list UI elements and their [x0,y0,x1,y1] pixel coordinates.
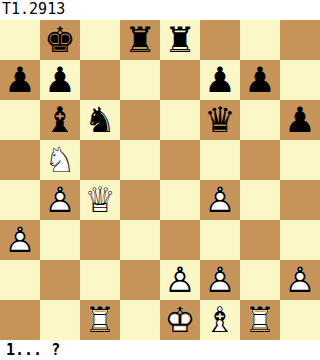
piece-black-pawn[interactable]: ♟ [0,60,40,100]
black-rook-glyph: ♜ [160,20,200,60]
square-e2[interactable]: ♟♙ [160,260,200,300]
square-e5[interactable] [160,140,200,180]
square-h6[interactable]: ♟ [280,100,320,140]
piece-white-knight[interactable]: ♞♘ [40,140,80,180]
square-h5[interactable] [280,140,320,180]
white-rook-outline: ♖ [240,300,280,340]
square-d4[interactable] [120,180,160,220]
square-a3[interactable]: ♟♙ [0,220,40,260]
piece-white-pawn[interactable]: ♟♙ [280,260,320,300]
square-f1[interactable]: ♝♗ [200,300,240,340]
square-b5[interactable]: ♞♘ [40,140,80,180]
chess-puzzle-window: T1.2913 ♚♜♜♟♟♟♟♝♞♛♟♞♘♟♙♛♕♟♙♟♙♟♙♟♙♟♙♜♖♚♔♝… [0,0,320,360]
black-pawn-glyph: ♟ [280,100,320,140]
white-rook-outline: ♖ [80,300,120,340]
square-a2[interactable] [0,260,40,300]
black-pawn-glyph: ♟ [0,60,40,100]
square-e3[interactable] [160,220,200,260]
black-pawn-glyph: ♟ [40,60,80,100]
white-knight-outline: ♘ [40,140,80,180]
square-f7[interactable]: ♟ [200,60,240,100]
square-g4[interactable] [240,180,280,220]
square-a1[interactable] [0,300,40,340]
square-f8[interactable] [200,20,240,60]
square-b8[interactable]: ♚ [40,20,80,60]
black-queen-glyph: ♛ [200,100,240,140]
square-c5[interactable] [80,140,120,180]
square-a8[interactable] [0,20,40,60]
piece-white-pawn[interactable]: ♟♙ [40,180,80,220]
piece-black-pawn[interactable]: ♟ [240,60,280,100]
white-queen-outline: ♕ [80,180,120,220]
piece-white-pawn[interactable]: ♟♙ [0,220,40,260]
square-d5[interactable] [120,140,160,180]
square-f2[interactable]: ♟♙ [200,260,240,300]
square-d8[interactable]: ♜ [120,20,160,60]
piece-black-knight[interactable]: ♞ [80,100,120,140]
square-e4[interactable] [160,180,200,220]
square-h2[interactable]: ♟♙ [280,260,320,300]
white-bishop-outline: ♗ [200,300,240,340]
piece-white-king[interactable]: ♚♔ [160,300,200,340]
square-b7[interactable]: ♟ [40,60,80,100]
square-a6[interactable] [0,100,40,140]
square-g5[interactable] [240,140,280,180]
square-c6[interactable]: ♞ [80,100,120,140]
square-g3[interactable] [240,220,280,260]
square-d3[interactable] [120,220,160,260]
chess-board[interactable]: ♚♜♜♟♟♟♟♝♞♛♟♞♘♟♙♛♕♟♙♟♙♟♙♟♙♟♙♜♖♚♔♝♗♜♖ [0,20,320,340]
black-knight-glyph: ♞ [80,100,120,140]
square-c8[interactable] [80,20,120,60]
square-b4[interactable]: ♟♙ [40,180,80,220]
square-h8[interactable] [280,20,320,60]
black-king-glyph: ♚ [40,20,80,60]
black-bishop-glyph: ♝ [40,100,80,140]
black-pawn-glyph: ♟ [240,60,280,100]
white-pawn-outline: ♙ [0,220,40,260]
square-g8[interactable] [240,20,280,60]
square-h4[interactable] [280,180,320,220]
piece-black-rook[interactable]: ♜ [160,20,200,60]
square-f4[interactable]: ♟♙ [200,180,240,220]
square-d2[interactable] [120,260,160,300]
square-e6[interactable] [160,100,200,140]
piece-white-pawn[interactable]: ♟♙ [200,260,240,300]
square-h1[interactable] [280,300,320,340]
square-b2[interactable] [40,260,80,300]
puzzle-title: T1.2913 [0,0,320,20]
white-king-outline: ♔ [160,300,200,340]
square-e8[interactable]: ♜ [160,20,200,60]
piece-black-pawn[interactable]: ♟ [280,100,320,140]
square-c1[interactable]: ♜♖ [80,300,120,340]
square-e1[interactable]: ♚♔ [160,300,200,340]
square-a4[interactable] [0,180,40,220]
black-pawn-glyph: ♟ [200,60,240,100]
square-c2[interactable] [80,260,120,300]
square-d6[interactable] [120,100,160,140]
piece-white-pawn[interactable]: ♟♙ [160,260,200,300]
square-h3[interactable] [280,220,320,260]
square-f5[interactable] [200,140,240,180]
piece-black-queen[interactable]: ♛ [200,100,240,140]
square-g1[interactable]: ♜♖ [240,300,280,340]
square-d7[interactable] [120,60,160,100]
square-c3[interactable] [80,220,120,260]
square-h7[interactable] [280,60,320,100]
white-pawn-outline: ♙ [200,260,240,300]
piece-black-rook[interactable]: ♜ [120,20,160,60]
square-f6[interactable]: ♛ [200,100,240,140]
piece-white-pawn[interactable]: ♟♙ [200,180,240,220]
square-g2[interactable] [240,260,280,300]
square-a5[interactable] [0,140,40,180]
piece-white-rook[interactable]: ♜♖ [240,300,280,340]
white-pawn-outline: ♙ [40,180,80,220]
square-a7[interactable]: ♟ [0,60,40,100]
square-b6[interactable]: ♝ [40,100,80,140]
piece-black-pawn[interactable]: ♟ [40,60,80,100]
square-f3[interactable] [200,220,240,260]
piece-black-pawn[interactable]: ♟ [200,60,240,100]
move-prompt: 1... ? [0,340,320,360]
piece-white-rook[interactable]: ♜♖ [80,300,120,340]
black-rook-glyph: ♜ [120,20,160,60]
square-g6[interactable] [240,100,280,140]
square-c4[interactable]: ♛♕ [80,180,120,220]
square-b3[interactable] [40,220,80,260]
white-pawn-outline: ♙ [160,260,200,300]
piece-white-bishop[interactable]: ♝♗ [200,300,240,340]
white-pawn-outline: ♙ [200,180,240,220]
square-c7[interactable] [80,60,120,100]
square-d1[interactable] [120,300,160,340]
white-pawn-outline: ♙ [280,260,320,300]
square-b1[interactable] [40,300,80,340]
piece-black-bishop[interactable]: ♝ [40,100,80,140]
square-e7[interactable] [160,60,200,100]
piece-white-queen[interactable]: ♛♕ [80,180,120,220]
square-g7[interactable]: ♟ [240,60,280,100]
piece-black-king[interactable]: ♚ [40,20,80,60]
